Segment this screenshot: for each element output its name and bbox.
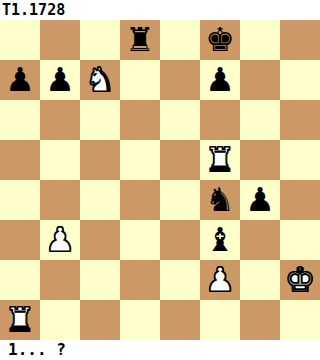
square-f7[interactable]: ♟︎ (200, 60, 240, 100)
square-b3[interactable]: ♟︎ (40, 220, 80, 260)
square-d7[interactable] (120, 60, 160, 100)
square-b1[interactable] (40, 300, 80, 340)
square-b7[interactable]: ♟︎ (40, 60, 80, 100)
square-h1[interactable] (280, 300, 320, 340)
square-f1[interactable] (200, 300, 240, 340)
piece-white-knight: ♞︎ (85, 60, 115, 100)
chess-board: ♜︎♚︎♟︎♟︎♞︎♟︎♜︎♞︎♟︎♟︎♝︎♟︎♚︎♜︎ (0, 20, 320, 340)
square-h6[interactable] (280, 100, 320, 140)
square-e1[interactable] (160, 300, 200, 340)
square-d2[interactable] (120, 260, 160, 300)
square-c5[interactable] (80, 140, 120, 180)
square-h2[interactable]: ♚︎ (280, 260, 320, 300)
square-f3[interactable]: ♝︎ (200, 220, 240, 260)
square-d3[interactable] (120, 220, 160, 260)
square-a6[interactable] (0, 100, 40, 140)
square-c2[interactable] (80, 260, 120, 300)
square-c4[interactable] (80, 180, 120, 220)
piece-black-pawn: ♟︎ (245, 180, 275, 220)
square-e3[interactable] (160, 220, 200, 260)
piece-black-rook: ♜︎ (125, 20, 155, 60)
square-e2[interactable] (160, 260, 200, 300)
piece-white-pawn: ♟︎ (205, 260, 235, 300)
square-d5[interactable] (120, 140, 160, 180)
square-c3[interactable] (80, 220, 120, 260)
square-g7[interactable] (240, 60, 280, 100)
square-b8[interactable] (40, 20, 80, 60)
square-a1[interactable]: ♜︎ (0, 300, 40, 340)
square-h5[interactable] (280, 140, 320, 180)
square-a4[interactable] (0, 180, 40, 220)
square-b5[interactable] (40, 140, 80, 180)
piece-black-knight: ♞︎ (205, 180, 235, 220)
square-d4[interactable] (120, 180, 160, 220)
square-b4[interactable] (40, 180, 80, 220)
square-e6[interactable] (160, 100, 200, 140)
square-f2[interactable]: ♟︎ (200, 260, 240, 300)
piece-black-pawn: ♟︎ (5, 60, 35, 100)
square-f6[interactable] (200, 100, 240, 140)
move-prompt: 1... ? (0, 340, 320, 360)
piece-black-bishop: ♝︎ (205, 220, 235, 260)
square-c1[interactable] (80, 300, 120, 340)
puzzle-id: T1.1728 (0, 0, 320, 20)
square-f4[interactable]: ♞︎ (200, 180, 240, 220)
square-g2[interactable] (240, 260, 280, 300)
square-a2[interactable] (0, 260, 40, 300)
square-h7[interactable] (280, 60, 320, 100)
square-a8[interactable] (0, 20, 40, 60)
square-g8[interactable] (240, 20, 280, 60)
square-b6[interactable] (40, 100, 80, 140)
piece-white-king: ♚︎ (285, 260, 315, 300)
square-g1[interactable] (240, 300, 280, 340)
square-a5[interactable] (0, 140, 40, 180)
piece-black-pawn: ♟︎ (45, 60, 75, 100)
square-h4[interactable] (280, 180, 320, 220)
square-e7[interactable] (160, 60, 200, 100)
piece-white-rook: ♜︎ (5, 300, 35, 340)
square-g4[interactable]: ♟︎ (240, 180, 280, 220)
square-g5[interactable] (240, 140, 280, 180)
square-c7[interactable]: ♞︎ (80, 60, 120, 100)
square-f8[interactable]: ♚︎ (200, 20, 240, 60)
piece-black-king: ♚︎ (205, 20, 235, 60)
square-e8[interactable] (160, 20, 200, 60)
piece-black-pawn: ♟︎ (205, 60, 235, 100)
square-g3[interactable] (240, 220, 280, 260)
square-h8[interactable] (280, 20, 320, 60)
piece-white-pawn: ♟︎ (45, 220, 75, 260)
chess-puzzle-app: T1.1728 ♜︎♚︎♟︎♟︎♞︎♟︎♜︎♞︎♟︎♟︎♝︎♟︎♚︎♜︎ 1..… (0, 0, 320, 360)
square-h3[interactable] (280, 220, 320, 260)
square-a3[interactable] (0, 220, 40, 260)
square-g6[interactable] (240, 100, 280, 140)
square-f5[interactable]: ♜︎ (200, 140, 240, 180)
square-c8[interactable] (80, 20, 120, 60)
square-b2[interactable] (40, 260, 80, 300)
square-e5[interactable] (160, 140, 200, 180)
square-c6[interactable] (80, 100, 120, 140)
piece-white-rook: ♜︎ (205, 140, 235, 180)
square-d1[interactable] (120, 300, 160, 340)
square-d8[interactable]: ♜︎ (120, 20, 160, 60)
square-a7[interactable]: ♟︎ (0, 60, 40, 100)
square-d6[interactable] (120, 100, 160, 140)
square-e4[interactable] (160, 180, 200, 220)
